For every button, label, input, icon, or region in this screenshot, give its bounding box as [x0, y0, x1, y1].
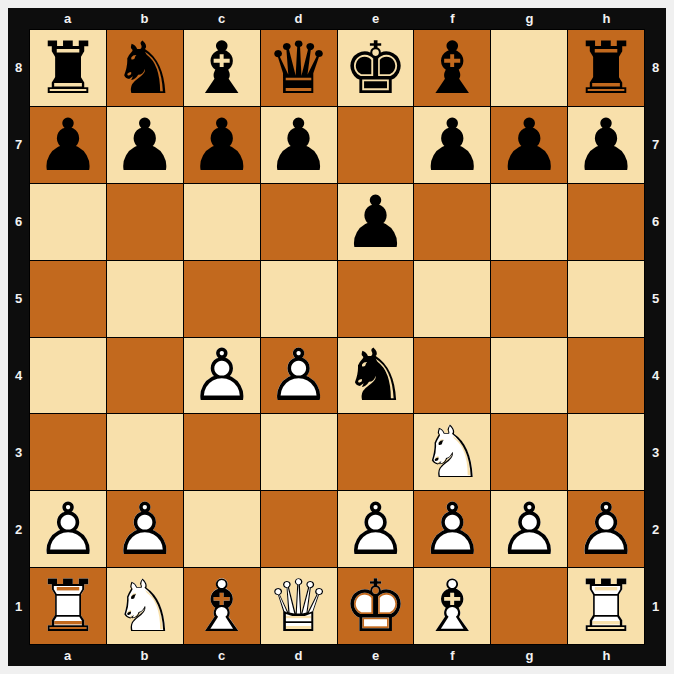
file-label-h: h — [568, 8, 645, 29]
piece-black-bishop: ♝ — [184, 30, 260, 106]
square-d8[interactable]: ♛ — [261, 30, 337, 106]
square-g8[interactable] — [491, 30, 567, 106]
white-piece-outline: ♗ — [420, 570, 485, 642]
piece-white-rook: ♜♖ — [30, 568, 106, 644]
piece-white-pawn: ♟♙ — [491, 491, 567, 567]
black-piece-glyph: ♟ — [36, 109, 101, 181]
file-label-h: h — [568, 645, 645, 666]
square-c6[interactable] — [184, 184, 260, 260]
file-label-g: g — [491, 645, 568, 666]
square-c8[interactable]: ♝ — [184, 30, 260, 106]
rank-label-2: 2 — [8, 491, 29, 568]
square-f5[interactable] — [414, 261, 490, 337]
square-a4[interactable] — [30, 338, 106, 414]
square-h5[interactable] — [568, 261, 644, 337]
square-g7[interactable]: ♟ — [491, 107, 567, 183]
piece-black-pawn: ♟ — [261, 107, 337, 183]
rank-label-4: 4 — [8, 337, 29, 414]
square-h3[interactable] — [568, 414, 644, 490]
piece-white-pawn: ♟♙ — [184, 338, 260, 414]
square-f7[interactable]: ♟ — [414, 107, 490, 183]
square-g5[interactable] — [491, 261, 567, 337]
square-d4[interactable]: ♟♙ — [261, 338, 337, 414]
square-f4[interactable] — [414, 338, 490, 414]
square-b5[interactable] — [107, 261, 183, 337]
square-g1[interactable] — [491, 568, 567, 644]
rank-label-7: 7 — [645, 106, 666, 183]
square-c3[interactable] — [184, 414, 260, 490]
rank-label-8: 8 — [645, 29, 666, 106]
square-b4[interactable] — [107, 338, 183, 414]
square-g3[interactable] — [491, 414, 567, 490]
piece-black-pawn: ♟ — [414, 107, 490, 183]
square-e8[interactable]: ♚ — [338, 30, 414, 106]
square-g6[interactable] — [491, 184, 567, 260]
square-f1[interactable]: ♝♗ — [414, 568, 490, 644]
square-b3[interactable] — [107, 414, 183, 490]
black-piece-glyph: ♟ — [343, 186, 408, 258]
square-e7[interactable] — [338, 107, 414, 183]
piece-black-knight: ♞ — [107, 30, 183, 106]
square-c4[interactable]: ♟♙ — [184, 338, 260, 414]
piece-black-pawn: ♟ — [568, 107, 644, 183]
square-c2[interactable] — [184, 491, 260, 567]
file-label-g: g — [491, 8, 568, 29]
white-piece-outline: ♙ — [113, 493, 178, 565]
black-piece-glyph: ♜ — [36, 32, 101, 104]
piece-white-pawn: ♟♙ — [261, 338, 337, 414]
square-b1[interactable]: ♞♘ — [107, 568, 183, 644]
piece-black-knight: ♞ — [338, 338, 414, 414]
white-piece-outline: ♕ — [266, 570, 331, 642]
square-f6[interactable] — [414, 184, 490, 260]
piece-white-knight: ♞♘ — [414, 414, 490, 490]
file-label-e: e — [337, 645, 414, 666]
piece-black-rook: ♜ — [568, 30, 644, 106]
rank-label-4: 4 — [645, 337, 666, 414]
piece-black-pawn: ♟ — [491, 107, 567, 183]
black-piece-glyph: ♚ — [343, 32, 408, 104]
square-a7[interactable]: ♟ — [30, 107, 106, 183]
white-piece-outline: ♙ — [497, 493, 562, 565]
square-h8[interactable]: ♜ — [568, 30, 644, 106]
black-piece-glyph: ♟ — [266, 109, 331, 181]
piece-black-queen: ♛ — [261, 30, 337, 106]
square-a1[interactable]: ♜♖ — [30, 568, 106, 644]
file-label-a: a — [29, 645, 106, 666]
piece-black-pawn: ♟ — [338, 184, 414, 260]
piece-white-bishop: ♝♗ — [184, 568, 260, 644]
rank-labels-right: 87654321 — [645, 29, 666, 645]
black-piece-glyph: ♞ — [113, 32, 178, 104]
square-g2[interactable]: ♟♙ — [491, 491, 567, 567]
white-piece-outline: ♙ — [420, 493, 485, 565]
square-f8[interactable]: ♝ — [414, 30, 490, 106]
white-piece-outline: ♗ — [189, 570, 254, 642]
piece-white-pawn: ♟♙ — [30, 491, 106, 567]
square-e6[interactable]: ♟ — [338, 184, 414, 260]
file-label-d: d — [260, 645, 337, 666]
square-g4[interactable] — [491, 338, 567, 414]
square-b6[interactable] — [107, 184, 183, 260]
file-labels-bottom: abcdefgh — [29, 645, 645, 666]
piece-white-bishop: ♝♗ — [414, 568, 490, 644]
piece-white-king: ♚♔ — [338, 568, 414, 644]
piece-white-pawn: ♟♙ — [568, 491, 644, 567]
square-e3[interactable] — [338, 414, 414, 490]
chess-board: ♜♞♝♛♚♝♜♟♟♟♟♟♟♟♟♟♙♟♙♞♞♘♟♙♟♙♟♙♟♙♟♙♟♙♜♖♞♘♝♗… — [29, 29, 645, 645]
white-piece-outline: ♙ — [36, 493, 101, 565]
white-piece-outline: ♙ — [266, 339, 331, 411]
square-d7[interactable]: ♟ — [261, 107, 337, 183]
square-e1[interactable]: ♚♔ — [338, 568, 414, 644]
piece-black-pawn: ♟ — [107, 107, 183, 183]
square-d5[interactable] — [261, 261, 337, 337]
square-e4[interactable]: ♞ — [338, 338, 414, 414]
file-label-f: f — [414, 645, 491, 666]
square-h6[interactable] — [568, 184, 644, 260]
piece-white-queen: ♛♕ — [261, 568, 337, 644]
rank-label-3: 3 — [8, 414, 29, 491]
rank-label-5: 5 — [8, 260, 29, 337]
square-c5[interactable] — [184, 261, 260, 337]
piece-white-pawn: ♟♙ — [338, 491, 414, 567]
black-piece-glyph: ♟ — [113, 109, 178, 181]
black-piece-glyph: ♞ — [343, 339, 408, 411]
rank-label-5: 5 — [645, 260, 666, 337]
square-c1[interactable]: ♝♗ — [184, 568, 260, 644]
piece-black-rook: ♜ — [30, 30, 106, 106]
square-d1[interactable]: ♛♕ — [261, 568, 337, 644]
piece-black-pawn: ♟ — [184, 107, 260, 183]
square-e2[interactable]: ♟♙ — [338, 491, 414, 567]
square-d6[interactable] — [261, 184, 337, 260]
rank-label-8: 8 — [8, 29, 29, 106]
square-a6[interactable] — [30, 184, 106, 260]
square-c7[interactable]: ♟ — [184, 107, 260, 183]
black-piece-glyph: ♝ — [189, 32, 254, 104]
square-b2[interactable]: ♟♙ — [107, 491, 183, 567]
square-a3[interactable] — [30, 414, 106, 490]
file-label-a: a — [29, 8, 106, 29]
file-label-e: e — [337, 8, 414, 29]
rank-label-3: 3 — [645, 414, 666, 491]
white-piece-outline: ♖ — [36, 570, 101, 642]
square-d3[interactable] — [261, 414, 337, 490]
square-h4[interactable] — [568, 338, 644, 414]
black-piece-glyph: ♟ — [497, 109, 562, 181]
file-label-d: d — [260, 8, 337, 29]
white-piece-outline: ♖ — [574, 570, 639, 642]
white-piece-outline: ♘ — [113, 570, 178, 642]
file-labels-top: abcdefgh — [29, 8, 645, 29]
square-a2[interactable]: ♟♙ — [30, 491, 106, 567]
black-piece-glyph: ♝ — [420, 32, 485, 104]
black-piece-glyph: ♟ — [574, 109, 639, 181]
black-piece-glyph: ♟ — [189, 109, 254, 181]
rank-label-2: 2 — [645, 491, 666, 568]
file-label-b: b — [106, 8, 183, 29]
square-b8[interactable]: ♞ — [107, 30, 183, 106]
piece-white-rook: ♜♖ — [568, 568, 644, 644]
piece-black-bishop: ♝ — [414, 30, 490, 106]
file-label-f: f — [414, 8, 491, 29]
rank-label-7: 7 — [8, 106, 29, 183]
square-b7[interactable]: ♟ — [107, 107, 183, 183]
chess-board-frame: abcdefgh abcdefgh 87654321 87654321 ♜♞♝♛… — [8, 8, 666, 666]
rank-label-1: 1 — [8, 568, 29, 645]
square-h1[interactable]: ♜♖ — [568, 568, 644, 644]
square-d2[interactable] — [261, 491, 337, 567]
square-f2[interactable]: ♟♙ — [414, 491, 490, 567]
piece-black-king: ♚ — [338, 30, 414, 106]
white-piece-outline: ♙ — [343, 493, 408, 565]
piece-black-pawn: ♟ — [30, 107, 106, 183]
black-piece-glyph: ♛ — [266, 32, 331, 104]
white-piece-outline: ♙ — [189, 339, 254, 411]
file-label-b: b — [106, 645, 183, 666]
file-label-c: c — [183, 645, 260, 666]
black-piece-glyph: ♟ — [420, 109, 485, 181]
rank-label-6: 6 — [8, 183, 29, 260]
white-piece-outline: ♘ — [420, 416, 485, 488]
square-f3[interactable]: ♞♘ — [414, 414, 490, 490]
black-piece-glyph: ♜ — [574, 32, 639, 104]
white-piece-outline: ♙ — [574, 493, 639, 565]
square-e5[interactable] — [338, 261, 414, 337]
piece-white-knight: ♞♘ — [107, 568, 183, 644]
square-a8[interactable]: ♜ — [30, 30, 106, 106]
white-piece-outline: ♔ — [343, 570, 408, 642]
rank-label-1: 1 — [645, 568, 666, 645]
square-a5[interactable] — [30, 261, 106, 337]
piece-white-pawn: ♟♙ — [414, 491, 490, 567]
square-h7[interactable]: ♟ — [568, 107, 644, 183]
rank-label-6: 6 — [645, 183, 666, 260]
file-label-c: c — [183, 8, 260, 29]
piece-white-pawn: ♟♙ — [107, 491, 183, 567]
square-h2[interactable]: ♟♙ — [568, 491, 644, 567]
rank-labels-left: 87654321 — [8, 29, 29, 645]
